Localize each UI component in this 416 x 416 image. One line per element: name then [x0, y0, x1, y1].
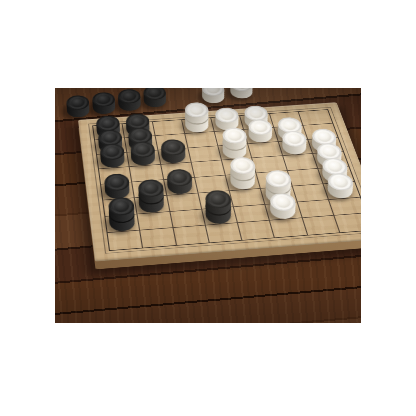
photo-lighting [55, 88, 361, 323]
photo-region [55, 88, 361, 323]
page [0, 0, 416, 416]
